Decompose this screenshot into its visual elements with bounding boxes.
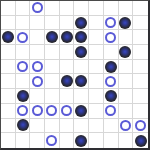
cell-r4c9[interactable] [133,60,148,75]
black-pearl [17,90,29,102]
white-pearl [32,2,43,13]
cell-r6c8[interactable] [119,89,134,104]
cell-r0c2[interactable] [30,1,45,16]
cell-r0c1[interactable] [16,1,31,16]
cell-r2c5[interactable] [74,30,89,45]
cell-r8c8[interactable] [119,119,134,134]
cell-r6c0[interactable] [1,89,16,104]
cell-r8c2[interactable] [30,119,45,134]
black-pearl [119,17,131,29]
cell-r6c5[interactable] [74,89,89,104]
cell-r4c7[interactable] [104,60,119,75]
black-pearl [2,31,14,43]
cell-r3c0[interactable] [1,45,16,60]
white-pearl [17,61,28,72]
cell-r1c8[interactable] [119,16,134,31]
cell-r9c9[interactable] [133,133,148,148]
cell-r3c6[interactable] [89,45,104,60]
cell-r6c9[interactable] [133,89,148,104]
cell-r1c7[interactable] [104,16,119,31]
cell-r3c2[interactable] [30,45,45,60]
cell-r7c7[interactable] [104,104,119,119]
cell-r0c7[interactable] [104,1,119,16]
cell-r4c8[interactable] [119,60,134,75]
cell-r1c5[interactable] [74,16,89,31]
cell-r8c0[interactable] [1,119,16,134]
cell-r9c4[interactable] [60,133,75,148]
cell-r3c5[interactable] [74,45,89,60]
white-pearl [120,120,131,131]
cell-r3c1[interactable] [16,45,31,60]
white-pearl [105,105,116,116]
cell-r5c5[interactable] [74,74,89,89]
cell-r5c9[interactable] [133,74,148,89]
cell-r9c3[interactable] [45,133,60,148]
cell-r0c3[interactable] [45,1,60,16]
cell-r4c3[interactable] [45,60,60,75]
cell-r7c6[interactable] [89,104,104,119]
black-pearl [61,31,73,43]
cell-r9c5[interactable] [74,133,89,148]
cell-r6c1[interactable] [16,89,31,104]
white-pearl [32,105,43,116]
cell-r0c4[interactable] [60,1,75,16]
cell-r7c2[interactable] [30,104,45,119]
cell-r5c1[interactable] [16,74,31,89]
white-pearl [46,105,57,116]
black-pearl [119,46,131,58]
cell-r5c6[interactable] [89,74,104,89]
cell-r2c7[interactable] [104,30,119,45]
cell-r2c6[interactable] [89,30,104,45]
cell-r4c0[interactable] [1,60,16,75]
black-pearl [75,105,87,117]
cell-r9c1[interactable] [16,133,31,148]
cell-r4c2[interactable] [30,60,45,75]
cell-r6c4[interactable] [60,89,75,104]
cell-r0c6[interactable] [89,1,104,16]
white-pearl [105,32,116,43]
white-pearl [135,120,146,131]
cell-r7c8[interactable] [119,104,134,119]
cell-r3c3[interactable] [45,45,60,60]
cell-r4c1[interactable] [16,60,31,75]
cell-r2c0[interactable] [1,30,16,45]
cell-r2c3[interactable] [45,30,60,45]
cell-r9c2[interactable] [30,133,45,148]
cell-r7c3[interactable] [45,104,60,119]
cell-r5c8[interactable] [119,74,134,89]
black-pearl [75,31,87,43]
cell-r8c7[interactable] [104,119,119,134]
cell-r1c2[interactable] [30,16,45,31]
cell-r2c2[interactable] [30,30,45,45]
cell-r7c1[interactable] [16,104,31,119]
black-pearl [46,31,58,43]
cell-r3c7[interactable] [104,45,119,60]
white-pearl [17,32,28,43]
cell-r1c6[interactable] [89,16,104,31]
cell-r3c8[interactable] [119,45,134,60]
cell-r0c9[interactable] [133,1,148,16]
white-pearl [46,135,57,146]
white-pearl [61,105,72,116]
white-pearl [105,76,116,87]
cell-r4c5[interactable] [74,60,89,75]
cell-r8c3[interactable] [45,119,60,134]
black-pearl [75,46,87,58]
cell-r2c8[interactable] [119,30,134,45]
cell-r7c9[interactable] [133,104,148,119]
cell-r8c6[interactable] [89,119,104,134]
cell-r6c3[interactable] [45,89,60,104]
cell-r1c0[interactable] [1,16,16,31]
cell-r0c8[interactable] [119,1,134,16]
cell-r8c4[interactable] [60,119,75,134]
cell-r9c8[interactable] [119,133,134,148]
cell-r0c0[interactable] [1,1,16,16]
masyu-board [0,0,150,150]
black-pearl [61,75,73,87]
cell-r5c4[interactable] [60,74,75,89]
cell-r9c6[interactable] [89,133,104,148]
cell-r5c0[interactable] [1,74,16,89]
black-pearl [75,75,87,87]
black-pearl [17,119,29,131]
cell-r5c7[interactable] [104,74,119,89]
cell-r1c9[interactable] [133,16,148,31]
cell-r5c3[interactable] [45,74,60,89]
cell-r7c4[interactable] [60,104,75,119]
cell-r6c6[interactable] [89,89,104,104]
black-pearl [135,135,147,147]
cell-r8c5[interactable] [74,119,89,134]
white-pearl [32,61,43,72]
cell-r3c9[interactable] [133,45,148,60]
cell-r1c4[interactable] [60,16,75,31]
cell-r6c7[interactable] [104,89,119,104]
cell-r8c9[interactable] [133,119,148,134]
white-pearl [32,76,43,87]
black-pearl [75,17,87,29]
cell-r2c4[interactable] [60,30,75,45]
cell-r3c4[interactable] [60,45,75,60]
black-pearl [75,135,87,147]
black-pearl [105,61,117,73]
cell-r0c5[interactable] [74,1,89,16]
black-pearl [105,90,117,102]
white-pearl [105,17,116,28]
cell-r2c9[interactable] [133,30,148,45]
cell-r1c3[interactable] [45,16,60,31]
white-pearl [17,105,28,116]
cell-r9c7[interactable] [104,133,119,148]
cell-r6c2[interactable] [30,89,45,104]
cell-r7c0[interactable] [1,104,16,119]
cell-r1c1[interactable] [16,16,31,31]
cell-r9c0[interactable] [1,133,16,148]
cell-r4c6[interactable] [89,60,104,75]
cell-r7c5[interactable] [74,104,89,119]
cell-r2c1[interactable] [16,30,31,45]
cell-r5c2[interactable] [30,74,45,89]
cell-r4c4[interactable] [60,60,75,75]
cell-r8c1[interactable] [16,119,31,134]
